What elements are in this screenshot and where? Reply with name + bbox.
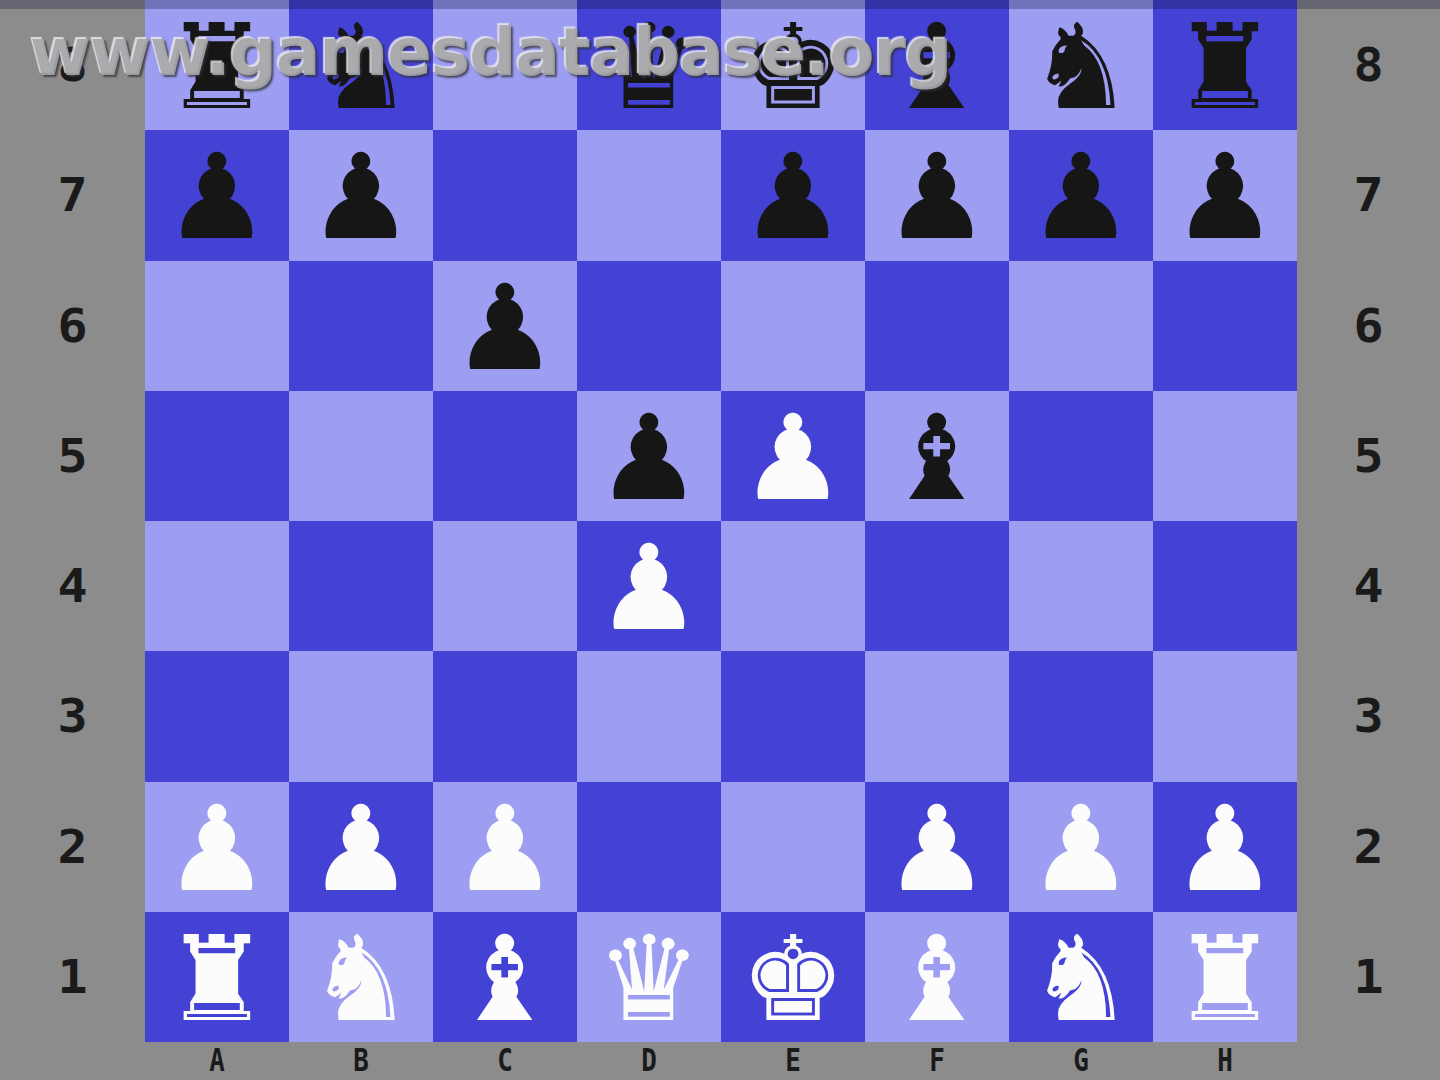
square-d4[interactable]: ♟ — [577, 521, 721, 651]
square-c4[interactable] — [433, 521, 577, 651]
rank-label-6: 6 — [0, 266, 145, 386]
piece-white-pawn[interactable]: ♟ — [740, 399, 846, 517]
square-h1[interactable]: ♜ — [1153, 912, 1297, 1042]
square-e1[interactable]: ♚ — [721, 912, 865, 1042]
square-f1[interactable]: ♝ — [865, 912, 1009, 1042]
piece-black-pawn[interactable]: ♟ — [740, 138, 846, 256]
piece-black-pawn[interactable]: ♟ — [884, 138, 990, 256]
square-f6[interactable] — [865, 261, 1009, 391]
rank-label-1: 1 — [1297, 917, 1440, 1037]
square-g1[interactable]: ♞ — [1009, 912, 1153, 1042]
square-b4[interactable] — [289, 521, 433, 651]
square-f7[interactable]: ♟ — [865, 130, 1009, 260]
piece-black-knight[interactable]: ♞ — [1028, 8, 1134, 126]
square-d6[interactable] — [577, 261, 721, 391]
piece-white-knight[interactable]: ♞ — [1028, 920, 1134, 1038]
rank-label-7: 7 — [1297, 135, 1440, 255]
piece-white-pawn[interactable]: ♟ — [596, 529, 702, 647]
file-label-a: A — [165, 1042, 269, 1078]
square-g6[interactable] — [1009, 261, 1153, 391]
piece-black-pawn[interactable]: ♟ — [164, 138, 270, 256]
piece-black-pawn[interactable]: ♟ — [596, 399, 702, 517]
piece-white-knight[interactable]: ♞ — [308, 920, 414, 1038]
file-label-e: E — [741, 1042, 845, 1078]
square-g5[interactable] — [1009, 391, 1153, 521]
square-b3[interactable] — [289, 651, 433, 781]
piece-white-king[interactable]: ♚ — [740, 920, 846, 1038]
square-a7[interactable]: ♟ — [145, 130, 289, 260]
square-c6[interactable]: ♟ — [433, 261, 577, 391]
square-b5[interactable] — [289, 391, 433, 521]
square-a2[interactable]: ♟ — [145, 782, 289, 912]
piece-white-pawn[interactable]: ♟ — [1028, 790, 1134, 908]
piece-black-pawn[interactable]: ♟ — [1028, 138, 1134, 256]
piece-white-rook[interactable]: ♜ — [1172, 920, 1278, 1038]
piece-black-rook[interactable]: ♜ — [1172, 8, 1278, 126]
square-c2[interactable]: ♟ — [433, 782, 577, 912]
square-e8[interactable]: ♚ — [721, 0, 865, 130]
square-b7[interactable]: ♟ — [289, 130, 433, 260]
piece-white-rook[interactable]: ♜ — [164, 920, 270, 1038]
piece-white-pawn[interactable]: ♟ — [884, 790, 990, 908]
rank-label-2: 2 — [1297, 787, 1440, 907]
rank-label-6: 6 — [1297, 266, 1440, 386]
file-labels-bottom: ABCDEFGH — [145, 1040, 1297, 1080]
square-a4[interactable] — [145, 521, 289, 651]
rank-label-4: 4 — [0, 526, 145, 646]
rank-label-8: 8 — [0, 5, 145, 125]
square-e4[interactable] — [721, 521, 865, 651]
piece-white-bishop[interactable]: ♝ — [884, 920, 990, 1038]
rank-label-5: 5 — [0, 396, 145, 516]
square-b2[interactable]: ♟ — [289, 782, 433, 912]
square-h3[interactable] — [1153, 651, 1297, 781]
rank-label-8: 8 — [1297, 5, 1440, 125]
chess-board: ♜♞♛♚♝♞♜♟♟♟♟♟♟♟♟♟♝♟♟♟♟♟♟♟♜♞♝♛♚♝♞♜ — [145, 0, 1297, 1042]
square-c8[interactable] — [433, 0, 577, 130]
rank-labels-left: 87654321 — [0, 0, 145, 1042]
square-f3[interactable] — [865, 651, 1009, 781]
square-a6[interactable] — [145, 261, 289, 391]
square-f8[interactable]: ♝ — [865, 0, 1009, 130]
square-e2[interactable] — [721, 782, 865, 912]
chess-app-window: ♜♞♛♚♝♞♜♟♟♟♟♟♟♟♟♟♝♟♟♟♟♟♟♟♜♞♝♛♚♝♞♜ 8765432… — [0, 0, 1440, 1080]
square-g8[interactable]: ♞ — [1009, 0, 1153, 130]
square-d3[interactable] — [577, 651, 721, 781]
piece-black-king[interactable]: ♚ — [740, 8, 846, 126]
file-label-g: G — [1029, 1042, 1133, 1078]
square-b1[interactable]: ♞ — [289, 912, 433, 1042]
square-d5[interactable]: ♟ — [577, 391, 721, 521]
piece-black-pawn[interactable]: ♟ — [452, 269, 558, 387]
square-h6[interactable] — [1153, 261, 1297, 391]
square-h2[interactable]: ♟ — [1153, 782, 1297, 912]
square-h8[interactable]: ♜ — [1153, 0, 1297, 130]
square-g7[interactable]: ♟ — [1009, 130, 1153, 260]
square-d2[interactable] — [577, 782, 721, 912]
piece-black-bishop[interactable]: ♝ — [884, 399, 990, 517]
square-d1[interactable]: ♛ — [577, 912, 721, 1042]
piece-white-pawn[interactable]: ♟ — [164, 790, 270, 908]
square-e7[interactable]: ♟ — [721, 130, 865, 260]
piece-white-bishop[interactable]: ♝ — [452, 920, 558, 1038]
rank-label-7: 7 — [0, 135, 145, 255]
square-e3[interactable] — [721, 651, 865, 781]
square-h7[interactable]: ♟ — [1153, 130, 1297, 260]
rank-label-5: 5 — [1297, 396, 1440, 516]
piece-white-queen[interactable]: ♛ — [596, 920, 702, 1038]
square-g3[interactable] — [1009, 651, 1153, 781]
file-label-b: B — [309, 1042, 413, 1078]
square-d8[interactable]: ♛ — [577, 0, 721, 130]
square-b8[interactable]: ♞ — [289, 0, 433, 130]
rank-label-2: 2 — [0, 787, 145, 907]
piece-black-knight[interactable]: ♞ — [308, 8, 414, 126]
piece-white-pawn[interactable]: ♟ — [308, 790, 414, 908]
square-a8[interactable]: ♜ — [145, 0, 289, 130]
square-g2[interactable]: ♟ — [1009, 782, 1153, 912]
file-label-f: F — [885, 1042, 989, 1078]
square-h5[interactable] — [1153, 391, 1297, 521]
square-a5[interactable] — [145, 391, 289, 521]
rank-label-3: 3 — [0, 656, 145, 776]
square-f2[interactable]: ♟ — [865, 782, 1009, 912]
piece-black-pawn[interactable]: ♟ — [308, 138, 414, 256]
file-label-c: C — [453, 1042, 557, 1078]
square-f4[interactable] — [865, 521, 1009, 651]
square-c3[interactable] — [433, 651, 577, 781]
rank-label-1: 1 — [0, 917, 145, 1037]
piece-black-rook[interactable]: ♜ — [164, 8, 270, 126]
square-b6[interactable] — [289, 261, 433, 391]
square-c7[interactable] — [433, 130, 577, 260]
square-f5[interactable]: ♝ — [865, 391, 1009, 521]
square-e6[interactable] — [721, 261, 865, 391]
piece-black-pawn[interactable]: ♟ — [1172, 138, 1278, 256]
square-g4[interactable] — [1009, 521, 1153, 651]
square-d7[interactable] — [577, 130, 721, 260]
piece-white-pawn[interactable]: ♟ — [452, 790, 558, 908]
square-a1[interactable]: ♜ — [145, 912, 289, 1042]
square-a3[interactable] — [145, 651, 289, 781]
piece-white-pawn[interactable]: ♟ — [1172, 790, 1278, 908]
square-c5[interactable] — [433, 391, 577, 521]
piece-black-bishop[interactable]: ♝ — [884, 8, 990, 126]
square-h4[interactable] — [1153, 521, 1297, 651]
file-label-d: D — [597, 1042, 701, 1078]
file-label-h: H — [1173, 1042, 1277, 1078]
square-c1[interactable]: ♝ — [433, 912, 577, 1042]
piece-black-queen[interactable]: ♛ — [596, 8, 702, 126]
rank-label-3: 3 — [1297, 656, 1440, 776]
square-e5[interactable]: ♟ — [721, 391, 865, 521]
rank-labels-right: 87654321 — [1297, 0, 1440, 1042]
rank-label-4: 4 — [1297, 526, 1440, 646]
